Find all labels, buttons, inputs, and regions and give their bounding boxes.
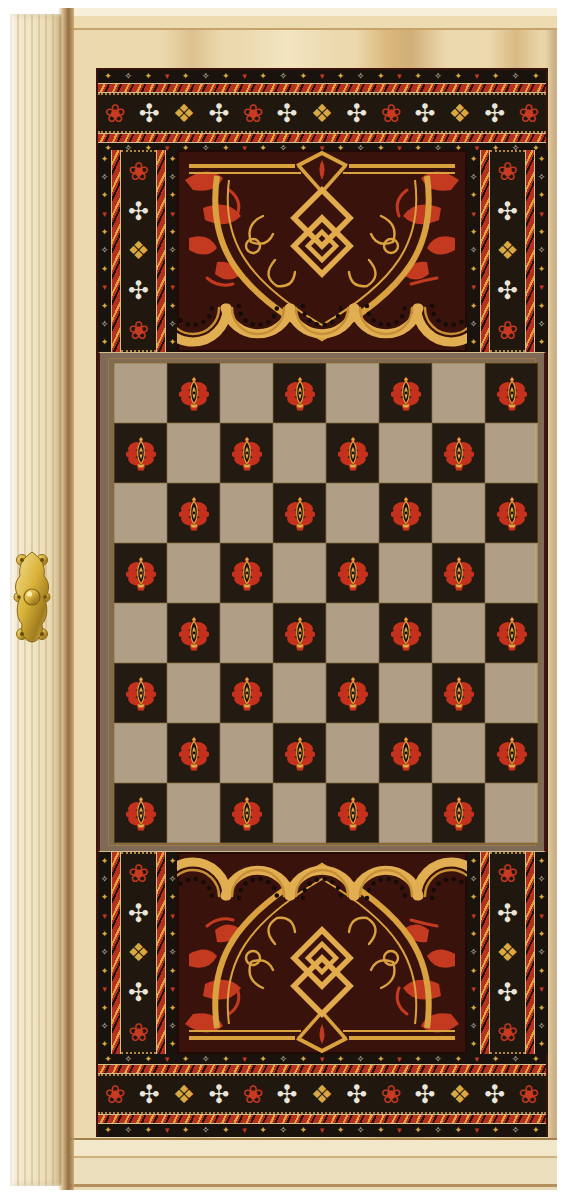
band-motif-glyph: ✦ — [222, 72, 230, 81]
band-motif-glyph: ✦ — [470, 155, 478, 164]
band-motif-glyph: ▾ — [475, 1055, 480, 1064]
band-motif-glyph: ✧ — [101, 948, 109, 957]
band-motif-glyph: ✦ — [101, 1040, 109, 1049]
band-motif-glyph: ✧ — [357, 1055, 365, 1064]
band-motif-glyph: ✦ — [377, 72, 385, 81]
band-motif-glyph: ▾ — [471, 210, 476, 219]
band-motif-glyph: ✧ — [124, 1055, 132, 1064]
board-square-d2 — [273, 723, 326, 783]
band-motif-glyph: ❀ — [497, 159, 518, 184]
band-motif-glyph: ✦ — [300, 72, 308, 81]
band-motif-glyph: ▾ — [475, 1126, 480, 1135]
band-motif-glyph: ✧ — [470, 246, 478, 255]
board-square-c6 — [220, 483, 273, 543]
band-motif-glyph: ✦ — [145, 1126, 153, 1135]
band-motif-glyph: ✣ — [139, 1082, 160, 1107]
band-motif-glyph: ✦ — [538, 302, 546, 311]
band-motif-glyph: ✦ — [169, 191, 177, 200]
band-motif-glyph: ✧ — [169, 948, 177, 957]
band-motif-glyph: ✦ — [169, 930, 177, 939]
floral-ornament-icon — [232, 675, 262, 711]
board-square-f1 — [379, 783, 432, 843]
band-motif-glyph: ✦ — [182, 1126, 190, 1135]
band-motif-glyph: ✧ — [101, 246, 109, 255]
band-motif-glyph: ✦ — [470, 302, 478, 311]
band-motif-glyph: ❀ — [128, 318, 149, 343]
band-motif-glyph: ✣ — [128, 199, 149, 224]
clasp-latch-icon — [12, 548, 52, 646]
bottom-medallion-panel — [177, 852, 467, 1054]
lid-top-bevel — [70, 8, 557, 32]
band-motif-glyph: ▾ — [539, 912, 544, 921]
band-motif-glyph: ✣ — [497, 199, 518, 224]
band-motif-glyph: ❖ — [173, 101, 195, 126]
floral-border-band: ❀✣❖✣❀ — [490, 150, 525, 352]
board-square-d4 — [273, 603, 326, 663]
band-motif-glyph: ✦ — [538, 228, 546, 237]
band-motif-glyph: ▾ — [539, 210, 544, 219]
narrow-motif-band: ✦✧✦▾✦✧✦▾✦✧✦ — [98, 150, 111, 352]
band-motif-glyph: ✧ — [101, 173, 109, 182]
board-square-b8 — [167, 363, 220, 423]
top-border-bands: ✦✧✦▾✦✧✦▾✦✧✦▾✦✧✦▾✦✧✦▾✦✧✦ ❀✣❖✣❀✣❖✣❀✣❖✣❀ ✦✧… — [98, 70, 546, 150]
board-square-a1 — [114, 783, 167, 843]
band-motif-glyph: ▾ — [102, 283, 107, 292]
band-motif-glyph: ✣ — [484, 1082, 505, 1107]
band-motif-glyph: ▾ — [242, 1126, 247, 1135]
band-motif-glyph: ✦ — [169, 302, 177, 311]
band-motif-glyph: ✦ — [538, 893, 546, 902]
band-motif-glyph: ✧ — [538, 948, 546, 957]
band-motif-glyph: ✦ — [104, 1055, 112, 1064]
floral-ornament-icon — [126, 795, 156, 831]
game-box: ✦✧✦▾✦✧✦▾✦✧✦▾✦✧✦▾✦✧✦▾✦✧✦ ❀✣❖✣❀✣❖✣❀✣❖✣❀ ✦✧… — [10, 8, 557, 1190]
band-motif-glyph: ✦ — [470, 228, 478, 237]
band-motif-glyph: ✦ — [101, 228, 109, 237]
red-slash-band — [98, 84, 546, 92]
band-motif-glyph: ✦ — [414, 72, 422, 81]
board-square-b4 — [167, 603, 220, 663]
band-motif-glyph: ❖ — [127, 940, 149, 965]
board-square-h2 — [485, 723, 538, 783]
board-square-b3 — [167, 663, 220, 723]
board-square-d1 — [273, 783, 326, 843]
board-square-c1 — [220, 783, 273, 843]
band-motif-glyph: ✣ — [277, 1082, 298, 1107]
band-motif-glyph: ✦ — [169, 1004, 177, 1013]
board-square-e2 — [326, 723, 379, 783]
board-square-g7 — [432, 423, 485, 483]
board-square-a5 — [114, 543, 167, 603]
red-slash-band — [481, 852, 489, 1054]
band-motif-glyph: ✧ — [512, 72, 520, 81]
band-motif-glyph: ❀ — [497, 1020, 518, 1045]
board-square-a6 — [114, 483, 167, 543]
band-motif-glyph: ✦ — [470, 857, 478, 866]
band-motif-glyph: ✦ — [470, 967, 478, 976]
box-front-face: ✦✧✦▾✦✧✦▾✦✧✦▾✦✧✦▾✦✧✦▾✦✧✦ ❀✣❖✣❀✣❖✣❀✣❖✣❀ ✦✧… — [70, 8, 557, 1190]
band-motif-glyph: ▾ — [539, 985, 544, 994]
band-motif-glyph: ✦ — [414, 1126, 422, 1135]
band-motif-glyph: ❖ — [311, 101, 333, 126]
board-square-f8 — [379, 363, 432, 423]
board-square-f7 — [379, 423, 432, 483]
top-ornament-section: ✦✧✦▾✦✧✦▾✦✧✦▾✦✧✦▾✦✧✦▾✦✧✦ ❀✣❖✣❀✣❖✣❀✣❖✣❀ ✦✧… — [98, 70, 546, 352]
band-motif-glyph: ✧ — [169, 1022, 177, 1031]
board-square-g3 — [432, 663, 485, 723]
right-border-bands: ✦✧✦▾✦✧✦▾✦✧✦ ❀✣❖✣❀ ✦✧✦▾✦✧✦▾✦✧✦ — [467, 852, 546, 1054]
board-square-b5 — [167, 543, 220, 603]
band-motif-glyph: ✦ — [259, 72, 267, 81]
floral-ornament-icon — [338, 795, 368, 831]
floral-ornament-icon — [285, 375, 315, 411]
band-motif-glyph: ✣ — [346, 101, 367, 126]
band-motif-glyph: ✦ — [538, 338, 546, 347]
board-square-e3 — [326, 663, 379, 723]
board-square-d6 — [273, 483, 326, 543]
band-motif-glyph: ▾ — [471, 985, 476, 994]
band-motif-glyph: ❀ — [380, 1082, 401, 1107]
band-motif-glyph: ✦ — [169, 338, 177, 347]
printed-design: ✦✧✦▾✦✧✦▾✦✧✦▾✦✧✦▾✦✧✦▾✦✧✦ ❀✣❖✣❀✣❖✣❀✣❖✣❀ ✦✧… — [96, 68, 548, 1137]
red-slash-band — [481, 150, 489, 352]
floral-ornament-icon — [497, 375, 527, 411]
floral-ornament-icon — [444, 795, 474, 831]
band-motif-glyph: ✣ — [128, 278, 149, 303]
board-square-f6 — [379, 483, 432, 543]
band-motif-glyph: ✧ — [434, 1126, 442, 1135]
band-motif-glyph: ❀ — [128, 861, 149, 886]
band-motif-glyph: ✦ — [104, 1126, 112, 1135]
narrow-motif-band: ✦✧✦▾✦✧✦▾✦✧✦ — [535, 852, 548, 1054]
board-square-a2 — [114, 723, 167, 783]
band-motif-glyph: ✧ — [279, 72, 287, 81]
floral-ornament-icon — [179, 375, 209, 411]
band-motif-glyph: ✣ — [208, 1082, 229, 1107]
band-motif-glyph: ✦ — [538, 1004, 546, 1013]
band-motif-glyph: ✧ — [169, 246, 177, 255]
red-slash-band — [98, 1065, 546, 1073]
band-motif-glyph: ✦ — [222, 1126, 230, 1135]
red-slash-band — [112, 852, 120, 1054]
band-motif-glyph: ✦ — [454, 1055, 462, 1064]
board-square-e4 — [326, 603, 379, 663]
board-square-g8 — [432, 363, 485, 423]
band-motif-glyph: ✦ — [101, 265, 109, 274]
band-motif-glyph: ✦ — [538, 1040, 546, 1049]
board-square-a8 — [114, 363, 167, 423]
band-motif-glyph: ✦ — [169, 155, 177, 164]
band-motif-glyph: ✦ — [145, 1055, 153, 1064]
band-motif-glyph: ✦ — [300, 1055, 308, 1064]
floral-ornament-icon — [497, 615, 527, 651]
band-motif-glyph: ▾ — [397, 1126, 402, 1135]
floral-ornament-icon — [444, 435, 474, 471]
narrow-motif-band: ✦✧✦▾✦✧✦▾✦✧✦▾✦✧✦▾✦✧✦▾✦✧✦ — [98, 1124, 546, 1137]
band-motif-glyph: ✣ — [415, 101, 436, 126]
band-motif-glyph: ✧ — [202, 1055, 210, 1064]
band-motif-glyph: ✦ — [169, 857, 177, 866]
floral-ornament-icon — [285, 495, 315, 531]
band-motif-glyph: ✦ — [538, 967, 546, 976]
band-motif-glyph: ✦ — [532, 1055, 540, 1064]
band-motif-glyph: ✦ — [337, 72, 345, 81]
board-square-h8 — [485, 363, 538, 423]
band-motif-glyph: ✧ — [357, 1126, 365, 1135]
floral-ornament-icon — [179, 735, 209, 771]
red-slash-band — [526, 150, 534, 352]
band-motif-glyph: ✦ — [101, 338, 109, 347]
arabesque-knot-art — [177, 852, 467, 1054]
band-motif-glyph: ▾ — [471, 912, 476, 921]
band-motif-glyph: ✣ — [415, 1082, 436, 1107]
board-square-d5 — [273, 543, 326, 603]
band-motif-glyph: ✦ — [337, 1126, 345, 1135]
box-side-panel — [10, 14, 62, 1186]
band-motif-glyph: ✧ — [538, 875, 546, 884]
board-square-d7 — [273, 423, 326, 483]
band-motif-glyph: ▾ — [102, 985, 107, 994]
band-motif-glyph: ✦ — [101, 191, 109, 200]
left-border-bands: ✦✧✦▾✦✧✦▾✦✧✦ ❀✣❖✣❀ ✦✧✦▾✦✧✦▾✦✧✦ — [98, 150, 177, 352]
board-square-f3 — [379, 663, 432, 723]
band-motif-glyph: ❀ — [242, 101, 263, 126]
board-square-h6 — [485, 483, 538, 543]
band-motif-glyph: ✧ — [101, 1022, 109, 1031]
board-square-h5 — [485, 543, 538, 603]
band-motif-glyph: ✧ — [470, 173, 478, 182]
band-motif-glyph: ✦ — [538, 155, 546, 164]
band-motif-glyph: ❀ — [518, 1082, 539, 1107]
band-motif-glyph: ✣ — [346, 1082, 367, 1107]
floral-ornament-icon — [444, 675, 474, 711]
board-square-f2 — [379, 723, 432, 783]
band-motif-glyph: ▾ — [242, 72, 247, 81]
band-motif-glyph: ✦ — [169, 228, 177, 237]
band-motif-glyph: ✧ — [538, 173, 546, 182]
band-motif-glyph: ▾ — [320, 72, 325, 81]
band-motif-glyph: ✦ — [222, 1055, 230, 1064]
band-motif-glyph: ✧ — [169, 875, 177, 884]
band-motif-glyph: ✦ — [414, 1055, 422, 1064]
band-motif-glyph: ✦ — [259, 1055, 267, 1064]
board-square-h1 — [485, 783, 538, 843]
red-slash-band — [526, 852, 534, 1054]
right-border-bands: ✦✧✦▾✦✧✦▾✦✧✦ ❀✣❖✣❀ ✦✧✦▾✦✧✦▾✦✧✦ — [467, 150, 546, 352]
band-motif-glyph: ❀ — [380, 101, 401, 126]
band-motif-glyph: ✦ — [454, 72, 462, 81]
narrow-motif-band: ✦✧✦▾✦✧✦▾✦✧✦▾✦✧✦▾✦✧✦▾✦✧✦ — [98, 70, 546, 83]
band-motif-glyph: ▾ — [170, 283, 175, 292]
left-border-bands: ✦✧✦▾✦✧✦▾✦✧✦ ❀✣❖✣❀ ✦✧✦▾✦✧✦▾✦✧✦ — [98, 852, 177, 1054]
band-motif-glyph: ▾ — [102, 210, 107, 219]
board-square-e1 — [326, 783, 379, 843]
board-square-e7 — [326, 423, 379, 483]
band-motif-glyph: ✦ — [169, 265, 177, 274]
band-motif-glyph: ✦ — [470, 930, 478, 939]
band-motif-glyph: ▾ — [320, 1126, 325, 1135]
band-motif-glyph: ✧ — [538, 1022, 546, 1031]
red-slash-band — [157, 150, 165, 352]
floral-border-band: ❀✣❖✣❀ — [121, 150, 156, 352]
board-square-a7 — [114, 423, 167, 483]
band-motif-glyph: ▾ — [242, 1055, 247, 1064]
band-motif-glyph: ❀ — [497, 861, 518, 886]
band-motif-glyph: ✣ — [497, 980, 518, 1005]
floral-ornament-icon — [179, 615, 209, 651]
band-motif-glyph: ✦ — [104, 72, 112, 81]
band-motif-glyph: ✦ — [145, 72, 153, 81]
band-motif-glyph: ✧ — [202, 72, 210, 81]
product-photo: ✦✧✦▾✦✧✦▾✦✧✦▾✦✧✦▾✦✧✦▾✦✧✦ ❀✣❖✣❀✣❖✣❀✣❖✣❀ ✦✧… — [0, 0, 568, 1200]
board-square-g4 — [432, 603, 485, 663]
band-motif-glyph: ▾ — [102, 912, 107, 921]
band-motif-glyph: ✧ — [101, 875, 109, 884]
floral-border-band: ❀✣❖✣❀✣❖✣❀✣❖✣❀ — [98, 1074, 546, 1114]
band-motif-glyph: ✦ — [169, 893, 177, 902]
band-motif-glyph: ❖ — [127, 238, 149, 263]
band-motif-glyph: ✧ — [538, 320, 546, 329]
board-square-g6 — [432, 483, 485, 543]
band-motif-glyph: ✦ — [300, 1126, 308, 1135]
floral-ornament-icon — [497, 495, 527, 531]
band-motif-glyph: ✦ — [538, 265, 546, 274]
band-motif-glyph: ✣ — [497, 278, 518, 303]
floral-ornament-icon — [232, 555, 262, 591]
band-motif-glyph: ❖ — [449, 1082, 471, 1107]
band-motif-glyph: ▾ — [165, 1055, 170, 1064]
band-motif-glyph: ✦ — [470, 1040, 478, 1049]
band-motif-glyph: ✣ — [128, 980, 149, 1005]
band-motif-glyph: ✣ — [484, 101, 505, 126]
band-motif-glyph: ✦ — [182, 1055, 190, 1064]
band-motif-glyph: ✣ — [277, 101, 298, 126]
band-motif-glyph: ✧ — [357, 72, 365, 81]
top-medallion-panel — [177, 150, 467, 352]
board-square-b1 — [167, 783, 220, 843]
band-motif-glyph: ✦ — [492, 72, 500, 81]
narrow-motif-band: ✦✧✦▾✦✧✦▾✦✧✦▾✦✧✦▾✦✧✦▾✦✧✦ — [98, 1054, 546, 1064]
band-motif-glyph: ✧ — [470, 1022, 478, 1031]
band-motif-glyph: ✦ — [101, 1004, 109, 1013]
band-motif-glyph: ✦ — [454, 1126, 462, 1135]
red-slash-band — [98, 134, 546, 142]
band-motif-glyph: ▾ — [320, 1055, 325, 1064]
band-motif-glyph: ✦ — [492, 1126, 500, 1135]
band-motif-glyph: ▾ — [165, 72, 170, 81]
floral-ornament-icon — [338, 555, 368, 591]
band-motif-glyph: ❖ — [449, 101, 471, 126]
board-square-h7 — [485, 423, 538, 483]
band-motif-glyph: ❀ — [105, 101, 126, 126]
band-motif-glyph: ❖ — [311, 1082, 333, 1107]
band-motif-glyph: ❖ — [496, 940, 518, 965]
band-motif-glyph: ✧ — [470, 875, 478, 884]
bottom-border-bands: ✦✧✦▾✦✧✦▾✦✧✦▾✦✧✦▾✦✧✦▾✦✧✦ ❀✣❖✣❀✣❖✣❀✣❖✣❀ ✦✧… — [98, 1054, 546, 1135]
floral-ornament-icon — [179, 495, 209, 531]
band-motif-glyph: ✦ — [101, 893, 109, 902]
floral-ornament-icon — [391, 615, 421, 651]
floral-ornament-icon — [391, 735, 421, 771]
board-square-b7 — [167, 423, 220, 483]
red-slash-band — [112, 150, 120, 352]
band-motif-glyph: ✦ — [259, 1126, 267, 1135]
band-motif-glyph: ✧ — [124, 72, 132, 81]
band-motif-glyph: ❀ — [128, 159, 149, 184]
floral-border-band: ❀✣❖✣❀ — [121, 852, 156, 1054]
band-motif-glyph: ✧ — [124, 1126, 132, 1135]
box-base-bevel — [70, 1138, 557, 1190]
floral-border-band: ❀✣❖✣❀✣❖✣❀✣❖✣❀ — [98, 93, 546, 133]
floral-ornament-icon — [391, 375, 421, 411]
band-motif-glyph: ❀ — [518, 101, 539, 126]
floral-ornament-icon — [126, 555, 156, 591]
board-square-h4 — [485, 603, 538, 663]
board-square-b2 — [167, 723, 220, 783]
band-motif-glyph: ▾ — [165, 1126, 170, 1135]
band-motif-glyph: ✧ — [279, 1126, 287, 1135]
red-slash-band — [157, 852, 165, 1054]
band-motif-glyph: ✣ — [497, 901, 518, 926]
band-motif-glyph: ✧ — [169, 173, 177, 182]
band-motif-glyph: ▾ — [539, 283, 544, 292]
floral-ornament-icon — [338, 435, 368, 471]
checkerboard — [113, 362, 539, 844]
band-motif-glyph: ✣ — [128, 901, 149, 926]
band-motif-glyph: ▾ — [170, 985, 175, 994]
arabesque-knot-art — [177, 150, 467, 352]
board-square-g1 — [432, 783, 485, 843]
board-square-a3 — [114, 663, 167, 723]
red-slash-band — [98, 1115, 546, 1123]
band-motif-glyph: ❀ — [497, 318, 518, 343]
board-square-h3 — [485, 663, 538, 723]
band-motif-glyph: ✦ — [470, 1004, 478, 1013]
band-motif-glyph: ✧ — [434, 1055, 442, 1064]
band-motif-glyph: ✧ — [101, 320, 109, 329]
band-motif-glyph: ✦ — [169, 1040, 177, 1049]
band-motif-glyph: ✧ — [434, 72, 442, 81]
bottom-ornament-section: ✦✧✦▾✦✧✦▾✦✧✦ ❀✣❖✣❀ ✦✧✦▾✦✧✦▾✦✧✦ ✦✧✦▾✦✧✦▾✦✧… — [98, 852, 546, 1135]
band-motif-glyph: ✦ — [101, 930, 109, 939]
band-motif-glyph: ❖ — [496, 238, 518, 263]
band-motif-glyph: ✧ — [202, 1126, 210, 1135]
band-motif-glyph: ✦ — [377, 1055, 385, 1064]
board-square-c2 — [220, 723, 273, 783]
narrow-motif-band: ✦✧✦▾✦✧✦▾✦✧✦ — [467, 852, 480, 1054]
band-motif-glyph: ✦ — [532, 72, 540, 81]
board-square-a4 — [114, 603, 167, 663]
board-square-e6 — [326, 483, 379, 543]
band-motif-glyph: ▾ — [397, 72, 402, 81]
band-motif-glyph: ✦ — [470, 338, 478, 347]
board-square-f4 — [379, 603, 432, 663]
band-motif-glyph: ✦ — [470, 893, 478, 902]
board-square-e5 — [326, 543, 379, 603]
band-motif-glyph: ❀ — [128, 1020, 149, 1045]
band-motif-glyph: ✦ — [101, 302, 109, 311]
floral-ornament-icon — [444, 555, 474, 591]
board-square-c3 — [220, 663, 273, 723]
checkerboard-section — [98, 352, 546, 852]
band-motif-glyph: ▾ — [170, 210, 175, 219]
band-motif-glyph: ✦ — [101, 967, 109, 976]
board-square-b6 — [167, 483, 220, 543]
board-square-c5 — [220, 543, 273, 603]
band-motif-glyph: ▾ — [170, 912, 175, 921]
band-motif-glyph: ✧ — [470, 948, 478, 957]
floral-border-band: ❀✣❖✣❀ — [490, 852, 525, 1054]
